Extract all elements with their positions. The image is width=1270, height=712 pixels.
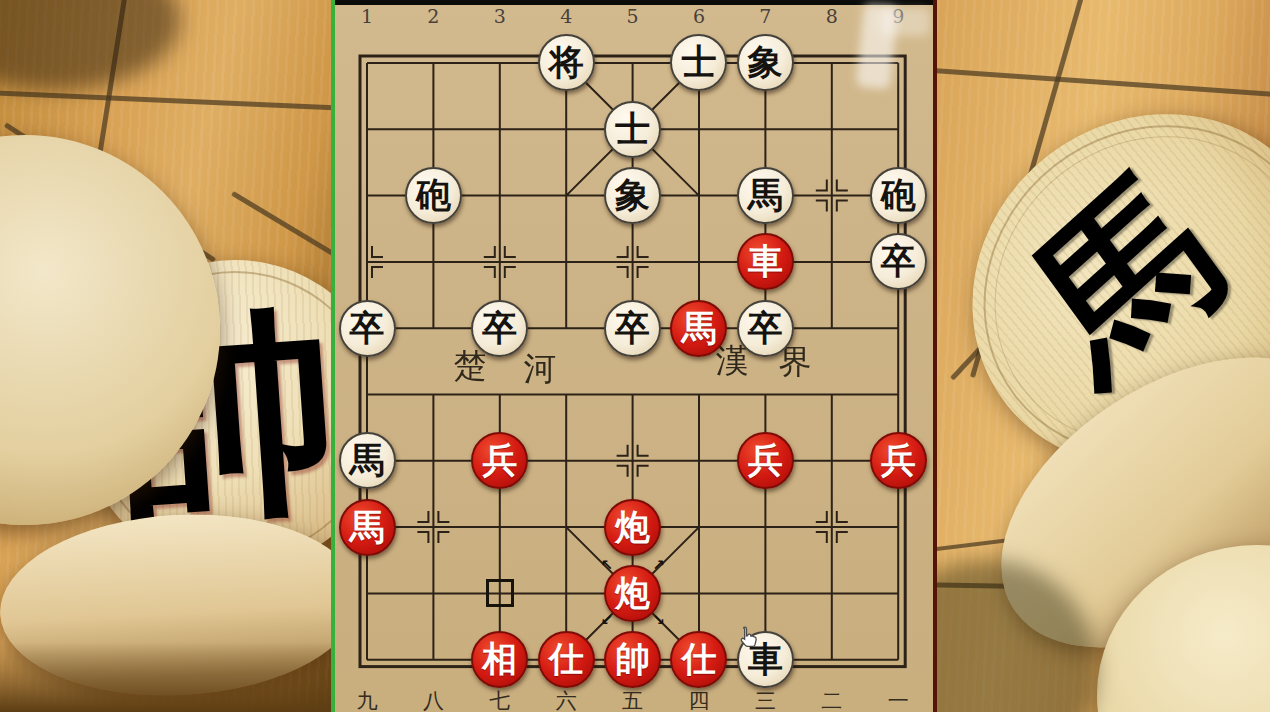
board-cell-f5r8: ↖↗↙↘炮 <box>599 560 665 626</box>
piece-character: 卒 <box>350 310 385 345</box>
piece-black-象[interactable]: 象 <box>737 34 794 91</box>
piece-character: 馬 <box>350 509 385 544</box>
piece-character: 兵 <box>881 442 916 477</box>
last-move-to-arrow-icon: ↙ <box>600 613 613 628</box>
piece-black-馬[interactable]: 馬 <box>339 432 396 489</box>
piece-black-卒[interactable]: 卒 <box>339 300 396 357</box>
file-label-top-7: 7 <box>748 5 782 27</box>
piece-character: 卒 <box>748 310 783 345</box>
board-cell-f1r4: 卒 <box>334 295 400 361</box>
screenshot-stage: 帥 123456789九八七六五四三二一 楚河漢界 将士象士砲象馬砲車卒卒卒卒馬… <box>0 0 1270 712</box>
piece-character: 卒 <box>881 243 916 278</box>
piece-black-卒[interactable]: 卒 <box>737 300 794 357</box>
board-cell-f5r9: 帥 <box>599 627 665 693</box>
board-cell-f3r9: 相 <box>467 627 533 693</box>
xiangqi-board: 123456789九八七六五四三二一 楚河漢界 将士象士砲象馬砲車卒卒卒卒馬卒馬… <box>335 0 933 712</box>
board-cell-f4r9: 仕 <box>533 627 599 693</box>
piece-black-卒[interactable]: 卒 <box>471 300 528 357</box>
piece-character: 象 <box>748 44 783 79</box>
piece-character: 将 <box>549 44 584 79</box>
piece-black-車[interactable]: 車 <box>737 631 794 688</box>
board-cell-f9r3: 卒 <box>865 229 931 295</box>
piece-character: 卒 <box>482 310 517 345</box>
board-cell-f7r6: 兵 <box>732 428 798 494</box>
piece-black-卒[interactable]: 卒 <box>604 300 661 357</box>
board-cell-f3r4: 卒 <box>467 295 533 361</box>
file-label-top-2: 2 <box>416 5 450 27</box>
piece-character: 相 <box>482 641 517 676</box>
piece-red-兵[interactable]: 兵 <box>737 432 794 489</box>
board-cell-f5r4: 卒 <box>599 295 665 361</box>
board-cell-f2r2: 砲 <box>400 162 466 228</box>
piece-character: 象 <box>615 177 650 212</box>
piece-character: 仕 <box>549 641 584 676</box>
piece-red-仕[interactable]: 仕 <box>538 631 595 688</box>
file-label-top-1: 1 <box>350 5 384 27</box>
piece-black-将[interactable]: 将 <box>538 34 595 91</box>
piece-character: 兵 <box>482 442 517 477</box>
piece-character: 馬 <box>748 177 783 212</box>
last-move-to-arrow-icon: ↘ <box>652 613 665 628</box>
board-cell-f7r2: 馬 <box>732 162 798 228</box>
piece-character: 砲 <box>416 177 451 212</box>
board-cell-f1r6: 馬 <box>334 428 400 494</box>
piece-red-馬[interactable]: 馬 <box>670 300 727 357</box>
board-cell-f3r6: 兵 <box>467 428 533 494</box>
piece-red-仕[interactable]: 仕 <box>670 631 727 688</box>
board-cell-f7r4: 卒 <box>732 295 798 361</box>
board-cell-f1r7: 馬 <box>334 494 400 560</box>
piece-character: 炮 <box>615 509 650 544</box>
file-label-top-6: 6 <box>682 5 716 27</box>
piece-character: 車 <box>748 243 783 278</box>
piece-red-炮[interactable]: 炮 <box>604 565 661 622</box>
piece-black-砲[interactable]: 砲 <box>870 167 927 224</box>
board-cell-f5r7: 炮 <box>599 494 665 560</box>
piece-character: 仕 <box>681 641 716 676</box>
hand-cursor-icon <box>735 625 761 655</box>
board-cell-f6r0: 士 <box>666 30 732 96</box>
piece-character: 馬 <box>681 310 716 345</box>
piece-black-士[interactable]: 士 <box>670 34 727 91</box>
last-move-to-arrow-icon: ↗ <box>652 558 665 573</box>
video-artifact-smudge <box>880 8 930 36</box>
file-label-top-8: 8 <box>815 5 849 27</box>
piece-character: 馬 <box>350 442 385 477</box>
piece-black-砲[interactable]: 砲 <box>405 167 462 224</box>
file-label-top-5: 5 <box>616 5 650 27</box>
board-cell-f9r2: 砲 <box>865 162 931 228</box>
left-photo-background: 帥 <box>0 0 331 712</box>
piece-red-兵[interactable]: 兵 <box>870 432 927 489</box>
piece-black-馬[interactable]: 馬 <box>737 167 794 224</box>
last-move-to-arrow-icon: ↖ <box>600 558 613 573</box>
piece-character: 兵 <box>748 442 783 477</box>
piece-red-帥[interactable]: 帥 <box>604 631 661 688</box>
piece-red-兵[interactable]: 兵 <box>471 432 528 489</box>
photo-bottom-shade <box>0 642 331 712</box>
piece-grid: 将士象士砲象馬砲車卒卒卒卒馬卒馬兵兵兵馬炮↖↗↙↘炮相仕帥仕車 <box>334 30 932 693</box>
board-cell-f7r9: 車 <box>732 627 798 693</box>
board-cell-f5r1: 士 <box>599 96 665 162</box>
board-cell-f6r4: 馬 <box>666 295 732 361</box>
piece-black-卒[interactable]: 卒 <box>870 233 927 290</box>
piece-red-相[interactable]: 相 <box>471 631 528 688</box>
piece-character: 士 <box>681 44 716 79</box>
board-cell-f7r3: 車 <box>732 229 798 295</box>
piece-character: 士 <box>615 111 650 146</box>
piece-character: 卒 <box>615 310 650 345</box>
piece-red-車[interactable]: 車 <box>737 233 794 290</box>
file-label-top-3: 3 <box>483 5 517 27</box>
piece-character: 帥 <box>615 641 650 676</box>
board-cell-f5r2: 象 <box>599 162 665 228</box>
piece-character: 砲 <box>881 177 916 212</box>
board-cell-f9r6: 兵 <box>865 428 931 494</box>
right-photo-background: 馬 <box>937 0 1270 712</box>
piece-black-士[interactable]: 士 <box>604 101 661 158</box>
piece-black-象[interactable]: 象 <box>604 167 661 224</box>
board-cell-f4r0: 将 <box>533 30 599 96</box>
piece-red-馬[interactable]: 馬 <box>339 499 396 556</box>
board-cell-f6r9: 仕 <box>666 627 732 693</box>
piece-character: 炮 <box>615 575 650 610</box>
board-cell-f7r0: 象 <box>732 30 798 96</box>
piece-red-炮[interactable]: 炮 <box>604 499 661 556</box>
file-label-top-4: 4 <box>549 5 583 27</box>
